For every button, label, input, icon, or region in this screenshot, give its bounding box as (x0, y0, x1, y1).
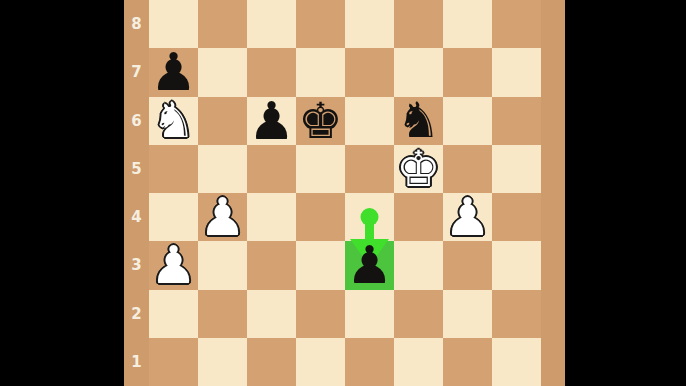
square-h4[interactable] (492, 193, 541, 241)
square-c5[interactable] (247, 145, 296, 193)
square-h7[interactable] (492, 48, 541, 96)
square-h8[interactable] (492, 0, 541, 48)
square-e5[interactable] (345, 145, 394, 193)
square-a4[interactable] (149, 193, 198, 241)
piece-black-knight-f6[interactable]: ♞ (394, 97, 443, 145)
square-g2[interactable] (443, 290, 492, 338)
square-g6[interactable] (443, 97, 492, 145)
square-h6[interactable] (492, 97, 541, 145)
square-h3[interactable] (492, 241, 541, 289)
piece-white-pawn-g4[interactable]: ♟ (443, 193, 492, 241)
square-c8[interactable] (247, 0, 296, 48)
square-f8[interactable] (394, 0, 443, 48)
square-e8[interactable] (345, 0, 394, 48)
square-f3[interactable] (394, 241, 443, 289)
piece-black-pawn-a7[interactable]: ♟ (149, 48, 198, 96)
square-a2[interactable] (149, 290, 198, 338)
square-d5[interactable] (296, 145, 345, 193)
piece-black-king-d6[interactable]: ♚ (296, 97, 345, 145)
piece-black-pawn-e3[interactable]: ♟ (345, 241, 394, 289)
chess-board: 87654321 ♟♞♟♚♞♚♟♟♟♟ (124, 0, 565, 386)
piece-black-pawn-c6[interactable]: ♟ (247, 97, 296, 145)
square-a1[interactable] (149, 338, 198, 386)
square-h1[interactable] (492, 338, 541, 386)
board-border-right (541, 0, 565, 386)
square-b1[interactable] (198, 338, 247, 386)
rank-label-5: 5 (124, 145, 149, 193)
square-e4[interactable] (345, 193, 394, 241)
rank-label-3: 3 (124, 241, 149, 289)
square-g7[interactable] (443, 48, 492, 96)
square-c2[interactable] (247, 290, 296, 338)
square-e6[interactable] (345, 97, 394, 145)
piece-white-king-f5[interactable]: ♚ (394, 145, 443, 193)
square-c7[interactable] (247, 48, 296, 96)
square-g3[interactable] (443, 241, 492, 289)
square-d4[interactable] (296, 193, 345, 241)
square-g8[interactable] (443, 0, 492, 48)
square-h5[interactable] (492, 145, 541, 193)
square-b3[interactable] (198, 241, 247, 289)
square-e7[interactable] (345, 48, 394, 96)
rank-label-1: 1 (124, 338, 149, 386)
square-a8[interactable] (149, 0, 198, 48)
square-g1[interactable] (443, 338, 492, 386)
rank-labels: 87654321 (124, 0, 149, 386)
square-d8[interactable] (296, 0, 345, 48)
square-b6[interactable] (198, 97, 247, 145)
square-e1[interactable] (345, 338, 394, 386)
square-f2[interactable] (394, 290, 443, 338)
letterbox-background: 87654321 ♟♞♟♚♞♚♟♟♟♟ (0, 0, 686, 386)
piece-white-pawn-a3[interactable]: ♟ (149, 241, 198, 289)
rank-label-7: 7 (124, 48, 149, 96)
square-h2[interactable] (492, 290, 541, 338)
rank-label-4: 4 (124, 193, 149, 241)
square-f1[interactable] (394, 338, 443, 386)
piece-white-pawn-b4[interactable]: ♟ (198, 193, 247, 241)
piece-white-knight-a6[interactable]: ♞ (149, 97, 198, 145)
square-b8[interactable] (198, 0, 247, 48)
square-e2[interactable] (345, 290, 394, 338)
rank-label-6: 6 (124, 97, 149, 145)
square-f4[interactable] (394, 193, 443, 241)
square-b2[interactable] (198, 290, 247, 338)
square-d7[interactable] (296, 48, 345, 96)
square-c3[interactable] (247, 241, 296, 289)
square-c1[interactable] (247, 338, 296, 386)
rank-label-2: 2 (124, 290, 149, 338)
square-f7[interactable] (394, 48, 443, 96)
square-d3[interactable] (296, 241, 345, 289)
square-b7[interactable] (198, 48, 247, 96)
square-b5[interactable] (198, 145, 247, 193)
rank-label-8: 8 (124, 0, 149, 48)
square-d2[interactable] (296, 290, 345, 338)
square-g5[interactable] (443, 145, 492, 193)
square-d1[interactable] (296, 338, 345, 386)
square-c4[interactable] (247, 193, 296, 241)
square-a5[interactable] (149, 145, 198, 193)
